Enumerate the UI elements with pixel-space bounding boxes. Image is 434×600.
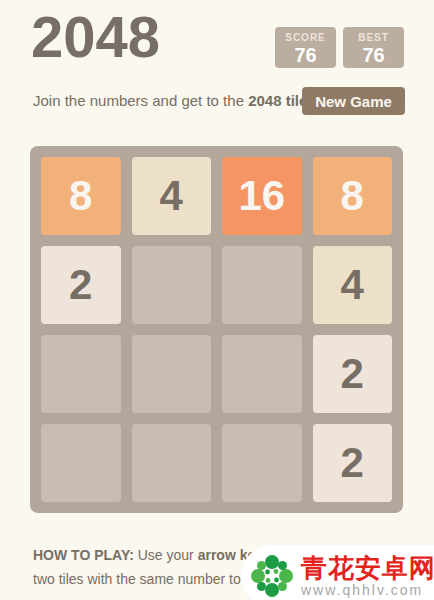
tile-2: 2 <box>313 424 393 502</box>
score-box: SCORE 76 <box>275 27 336 68</box>
tile-2: 2 <box>41 246 121 324</box>
best-label: BEST <box>358 32 389 44</box>
board: 841682422 <box>30 146 403 513</box>
page-title: 2048 <box>31 4 160 71</box>
watermark-badge: 青花安卓网 www.qhhlv.com <box>241 545 434 600</box>
intro-text-prefix: Join the numbers and get to the <box>33 92 248 109</box>
empty-cell <box>132 335 212 413</box>
how-to-play-text: HOW TO PLAY: Use your arrow keytwo tiles… <box>33 543 273 591</box>
score-panel: SCORE 76 BEST 76 <box>275 27 404 68</box>
best-box: BEST 76 <box>343 27 404 68</box>
howto-line1: Use your <box>134 547 198 563</box>
howto-label: HOW TO PLAY: <box>33 547 134 563</box>
tile-4: 4 <box>132 157 212 235</box>
tile-8: 8 <box>313 157 393 235</box>
green-flower-logo-icon <box>248 552 296 600</box>
tile-4: 4 <box>313 246 393 324</box>
intro-text: Join the numbers and get to the 2048 til… <box>33 92 312 109</box>
score-label: SCORE <box>285 32 326 44</box>
tile-2: 2 <box>313 335 393 413</box>
watermark-site-name: 青花安卓网 <box>301 554 434 582</box>
watermark-text: 青花安卓网 www.qhhlv.com <box>301 554 434 598</box>
empty-cell <box>132 246 212 324</box>
empty-cell <box>222 335 302 413</box>
empty-cell <box>132 424 212 502</box>
empty-cell <box>222 246 302 324</box>
tile-16: 16 <box>222 157 302 235</box>
best-value: 76 <box>362 44 384 66</box>
watermark-site-url: www.qhhlv.com <box>301 582 434 598</box>
2048-game-page: 2048 SCORE 76 BEST 76 Join the numbers a… <box>0 0 434 600</box>
empty-cell <box>222 424 302 502</box>
empty-cell <box>41 424 121 502</box>
score-value: 76 <box>294 44 316 66</box>
tile-8: 8 <box>41 157 121 235</box>
howto-line2: two tiles with the same number to <box>33 571 241 587</box>
new-game-button[interactable]: New Game <box>302 87 405 115</box>
empty-cell <box>41 335 121 413</box>
